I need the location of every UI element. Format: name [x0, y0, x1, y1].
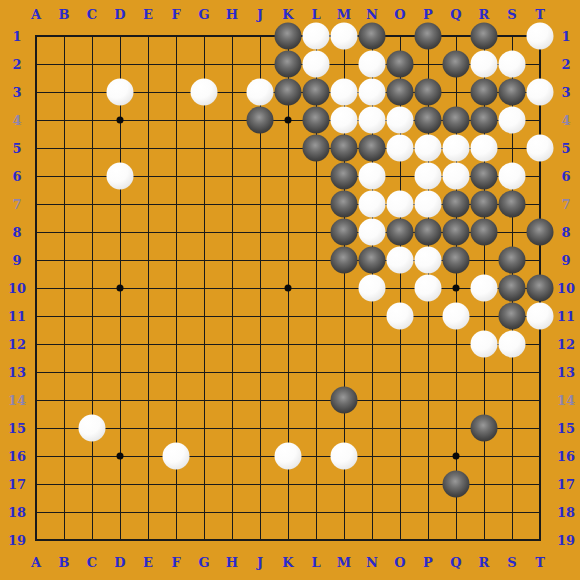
row-label-left-6: 6: [12, 170, 21, 183]
stone-white-M1[interactable]: [331, 23, 358, 50]
stone-black-K2[interactable]: [275, 51, 302, 78]
column-label-bottom-T: T: [535, 556, 545, 569]
grid-line-horizontal-12: [35, 344, 541, 345]
column-label-bottom-A: A: [31, 556, 41, 569]
stone-black-M14[interactable]: [331, 387, 358, 414]
stone-black-T10[interactable]: [527, 275, 554, 302]
column-label-top-E: E: [143, 8, 153, 21]
stone-black-P3[interactable]: [415, 79, 442, 106]
stone-black-S7[interactable]: [499, 191, 526, 218]
column-label-top-K: K: [282, 8, 293, 21]
stone-black-S11[interactable]: [499, 303, 526, 330]
column-label-bottom-K: K: [282, 556, 293, 569]
stone-white-S6[interactable]: [499, 163, 526, 190]
stone-black-M6[interactable]: [331, 163, 358, 190]
column-label-bottom-D: D: [114, 556, 125, 569]
stone-black-Q9[interactable]: [443, 247, 470, 274]
stone-black-R8[interactable]: [471, 219, 498, 246]
stone-white-R2[interactable]: [471, 51, 498, 78]
stone-white-T11[interactable]: [527, 303, 554, 330]
row-label-left-3: 3: [12, 86, 21, 99]
hoshi-D10: [117, 285, 124, 292]
stone-white-M4[interactable]: [331, 107, 358, 134]
column-label-bottom-R: R: [479, 556, 490, 569]
stone-white-L1[interactable]: [303, 23, 330, 50]
row-label-right-8: 8: [561, 226, 570, 239]
stone-black-M7[interactable]: [331, 191, 358, 218]
stone-white-T5[interactable]: [527, 135, 554, 162]
stone-black-M9[interactable]: [331, 247, 358, 274]
stone-white-R10[interactable]: [471, 275, 498, 302]
stone-black-S9[interactable]: [499, 247, 526, 274]
row-label-left-4: 4: [12, 114, 21, 127]
row-label-right-16: 16: [557, 450, 575, 463]
stone-white-O7[interactable]: [387, 191, 414, 218]
stone-white-L2[interactable]: [303, 51, 330, 78]
stone-black-S3[interactable]: [499, 79, 526, 106]
grid-line-horizontal-15: [35, 428, 541, 429]
row-label-left-12: 12: [8, 338, 26, 351]
stone-black-R3[interactable]: [471, 79, 498, 106]
row-label-left-1: 1: [12, 30, 21, 43]
column-label-top-M: M: [337, 8, 351, 21]
row-label-right-2: 2: [561, 58, 570, 71]
stone-black-Q7[interactable]: [443, 191, 470, 218]
hoshi-Q16: [453, 453, 460, 460]
column-label-bottom-H: H: [226, 556, 238, 569]
row-label-right-4: 4: [561, 114, 570, 127]
stone-black-N9[interactable]: [359, 247, 386, 274]
column-label-top-G: G: [198, 8, 209, 21]
stone-white-T3[interactable]: [527, 79, 554, 106]
stone-white-Q5[interactable]: [443, 135, 470, 162]
stone-white-O9[interactable]: [387, 247, 414, 274]
stone-white-S4[interactable]: [499, 107, 526, 134]
column-label-top-R: R: [479, 8, 490, 21]
stone-black-L3[interactable]: [303, 79, 330, 106]
column-label-bottom-M: M: [337, 556, 351, 569]
stone-white-O4[interactable]: [387, 107, 414, 134]
column-label-top-O: O: [394, 8, 405, 21]
row-label-left-16: 16: [8, 450, 26, 463]
stone-white-N2[interactable]: [359, 51, 386, 78]
stone-white-P7[interactable]: [415, 191, 442, 218]
row-label-left-13: 13: [8, 366, 26, 379]
stone-black-Q2[interactable]: [443, 51, 470, 78]
stone-black-P8[interactable]: [415, 219, 442, 246]
row-label-left-10: 10: [8, 282, 26, 295]
stone-white-C15[interactable]: [79, 415, 106, 442]
hoshi-K10: [285, 285, 292, 292]
hoshi-K4: [285, 117, 292, 124]
stone-white-O5[interactable]: [387, 135, 414, 162]
stone-white-N8[interactable]: [359, 219, 386, 246]
column-label-bottom-E: E: [143, 556, 153, 569]
stone-black-O3[interactable]: [387, 79, 414, 106]
row-label-right-7: 7: [561, 198, 570, 211]
stone-white-P9[interactable]: [415, 247, 442, 274]
stone-black-N1[interactable]: [359, 23, 386, 50]
row-label-right-13: 13: [557, 366, 575, 379]
stone-black-R7[interactable]: [471, 191, 498, 218]
stone-white-R12[interactable]: [471, 331, 498, 358]
stone-white-Q11[interactable]: [443, 303, 470, 330]
grid-line-horizontal-18: [35, 512, 541, 513]
stone-white-P6[interactable]: [415, 163, 442, 190]
stone-white-N7[interactable]: [359, 191, 386, 218]
stone-white-K16[interactable]: [275, 443, 302, 470]
row-label-right-14: 14: [557, 394, 575, 407]
stone-white-J3[interactable]: [247, 79, 274, 106]
stone-black-S10[interactable]: [499, 275, 526, 302]
column-label-bottom-O: O: [394, 556, 405, 569]
row-label-right-10: 10: [557, 282, 575, 295]
stone-black-M5[interactable]: [331, 135, 358, 162]
column-label-top-J: J: [257, 8, 263, 21]
stone-black-N5[interactable]: [359, 135, 386, 162]
stone-white-T1[interactable]: [527, 23, 554, 50]
stone-black-Q8[interactable]: [443, 219, 470, 246]
column-label-bottom-F: F: [171, 556, 180, 569]
stone-white-M16[interactable]: [331, 443, 358, 470]
column-label-bottom-G: G: [198, 556, 209, 569]
stone-white-D6[interactable]: [107, 163, 134, 190]
stone-white-R5[interactable]: [471, 135, 498, 162]
stone-white-S12[interactable]: [499, 331, 526, 358]
stone-black-K1[interactable]: [275, 23, 302, 50]
stone-white-G3[interactable]: [191, 79, 218, 106]
row-label-left-7: 7: [12, 198, 21, 211]
column-label-bottom-S: S: [507, 556, 516, 569]
row-label-right-9: 9: [561, 254, 570, 267]
stone-black-P4[interactable]: [415, 107, 442, 134]
column-label-top-N: N: [366, 8, 378, 21]
stone-black-P1[interactable]: [415, 23, 442, 50]
column-label-top-P: P: [423, 8, 433, 21]
column-label-top-F: F: [171, 8, 180, 21]
column-label-bottom-L: L: [311, 556, 320, 569]
column-label-top-S: S: [507, 8, 516, 21]
grid-line-horizontal-19: [35, 539, 541, 541]
stone-black-Q4[interactable]: [443, 107, 470, 134]
hoshi-Q10: [453, 285, 460, 292]
row-label-left-11: 11: [8, 310, 26, 323]
stone-black-R4[interactable]: [471, 107, 498, 134]
column-label-top-T: T: [535, 8, 545, 21]
row-label-left-17: 17: [8, 478, 26, 491]
stone-white-F16[interactable]: [163, 443, 190, 470]
row-label-left-18: 18: [8, 506, 26, 519]
stone-black-R1[interactable]: [471, 23, 498, 50]
row-label-left-9: 9: [12, 254, 21, 267]
row-label-right-19: 19: [557, 534, 575, 547]
column-label-bottom-Q: Q: [450, 556, 461, 569]
grid-line-horizontal-13: [35, 372, 541, 373]
stone-black-R6[interactable]: [471, 163, 498, 190]
column-label-bottom-N: N: [366, 556, 378, 569]
column-label-top-H: H: [226, 8, 238, 21]
stone-black-T8[interactable]: [527, 219, 554, 246]
grid-line-horizontal-14: [35, 400, 541, 401]
stone-black-O8[interactable]: [387, 219, 414, 246]
stone-white-M3[interactable]: [331, 79, 358, 106]
column-label-bottom-P: P: [423, 556, 433, 569]
go-board[interactable]: AABBCCDDEEFFGGHHJJKKLLMMNNOOPPQQRRSSTT11…: [0, 0, 580, 580]
stone-white-P5[interactable]: [415, 135, 442, 162]
stone-white-N6[interactable]: [359, 163, 386, 190]
column-label-bottom-J: J: [257, 556, 263, 569]
column-label-top-C: C: [87, 8, 97, 21]
hoshi-D16: [117, 453, 124, 460]
column-label-bottom-B: B: [59, 556, 70, 569]
stone-black-L5[interactable]: [303, 135, 330, 162]
stone-black-J4[interactable]: [247, 107, 274, 134]
stone-white-N3[interactable]: [359, 79, 386, 106]
stone-black-L4[interactable]: [303, 107, 330, 134]
column-label-top-L: L: [311, 8, 320, 21]
column-label-top-A: A: [31, 8, 41, 21]
stone-black-R15[interactable]: [471, 415, 498, 442]
row-label-right-6: 6: [561, 170, 570, 183]
stone-black-M8[interactable]: [331, 219, 358, 246]
row-label-right-1: 1: [561, 30, 570, 43]
row-label-right-15: 15: [557, 422, 575, 435]
row-label-left-19: 19: [8, 534, 26, 547]
stone-white-O11[interactable]: [387, 303, 414, 330]
row-label-right-12: 12: [557, 338, 575, 351]
row-label-right-3: 3: [561, 86, 570, 99]
stone-black-K3[interactable]: [275, 79, 302, 106]
row-label-left-2: 2: [12, 58, 21, 71]
row-label-left-8: 8: [12, 226, 21, 239]
row-label-right-18: 18: [557, 506, 575, 519]
stone-white-S2[interactable]: [499, 51, 526, 78]
stone-black-O2[interactable]: [387, 51, 414, 78]
row-label-right-17: 17: [557, 478, 575, 491]
column-label-top-Q: Q: [450, 8, 461, 21]
row-label-left-15: 15: [8, 422, 26, 435]
row-label-left-14: 14: [8, 394, 26, 407]
row-label-right-5: 5: [561, 142, 570, 155]
stone-white-P10[interactable]: [415, 275, 442, 302]
row-label-right-11: 11: [557, 310, 575, 323]
column-label-bottom-C: C: [87, 556, 97, 569]
stone-white-N10[interactable]: [359, 275, 386, 302]
stone-black-Q17[interactable]: [443, 471, 470, 498]
stone-white-D3[interactable]: [107, 79, 134, 106]
column-label-top-B: B: [59, 8, 70, 21]
row-label-left-5: 5: [12, 142, 21, 155]
stone-white-Q6[interactable]: [443, 163, 470, 190]
stone-white-N4[interactable]: [359, 107, 386, 134]
column-label-top-D: D: [114, 8, 125, 21]
hoshi-D4: [117, 117, 124, 124]
